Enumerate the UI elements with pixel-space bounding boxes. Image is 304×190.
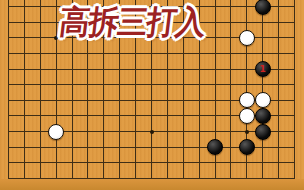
grid-line-horizontal	[8, 69, 295, 70]
grid-line-horizontal	[8, 162, 295, 163]
grid-line-vertical	[24, 0, 25, 179]
grid-line-vertical	[230, 0, 231, 179]
grid-line-horizontal	[8, 84, 295, 85]
grid-line-vertical	[40, 0, 41, 179]
move-number-label: 1	[260, 65, 266, 74]
grid-line-vertical	[8, 0, 9, 179]
stone-black	[255, 0, 271, 15]
stone-black	[255, 124, 271, 140]
stone-black	[239, 139, 255, 155]
stone-black-move-1: 1	[255, 61, 271, 77]
grid-line-horizontal	[8, 53, 295, 54]
title-caption: 高拆三打入	[57, 4, 207, 41]
grid-line-vertical	[56, 0, 57, 179]
stone-white	[239, 30, 255, 46]
star-point	[245, 130, 249, 134]
grid-line-vertical	[262, 0, 263, 179]
stone-white	[239, 108, 255, 124]
stone-white	[255, 92, 271, 108]
stone-black	[207, 139, 223, 155]
star-point	[150, 130, 154, 134]
board-bottom-margin	[0, 179, 304, 190]
stone-black	[255, 108, 271, 124]
stone-white	[48, 124, 64, 140]
grid-line-vertical	[278, 0, 279, 179]
stone-white	[239, 92, 255, 108]
go-board: 1 高拆三打入	[0, 0, 304, 190]
grid-line-vertical	[294, 0, 295, 179]
